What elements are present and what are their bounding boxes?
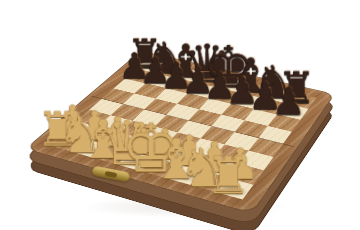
square-h1: ♜	[216, 178, 253, 200]
piece-black-pawn: ♟	[271, 82, 305, 120]
chess-box: ♜♞♝♛♚♝♞♜♟♟♟♟♟♟♟♟♟♟♟♟♟♟♟♟♜♞♝♛♚♝♞♜	[25, 51, 335, 214]
scene-3d: ♜♞♝♛♚♝♞♜♟♟♟♟♟♟♟♟♟♟♟♟♟♟♟♟♜♞♝♛♚♝♞♜	[0, 0, 360, 230]
piece-white-rook: ♜	[205, 150, 250, 201]
board-frame: ♜♞♝♛♚♝♞♜♟♟♟♟♟♟♟♟♟♟♟♟♟♟♟♟♜♞♝♛♚♝♞♜	[25, 51, 335, 214]
clasp-pin	[105, 170, 118, 177]
chess-set-photo: ♜♞♝♛♚♝♞♜♟♟♟♟♟♟♟♟♟♟♟♟♟♟♟♟♜♞♝♛♚♝♞♜	[0, 0, 360, 230]
square-h7: ♟	[277, 103, 309, 120]
